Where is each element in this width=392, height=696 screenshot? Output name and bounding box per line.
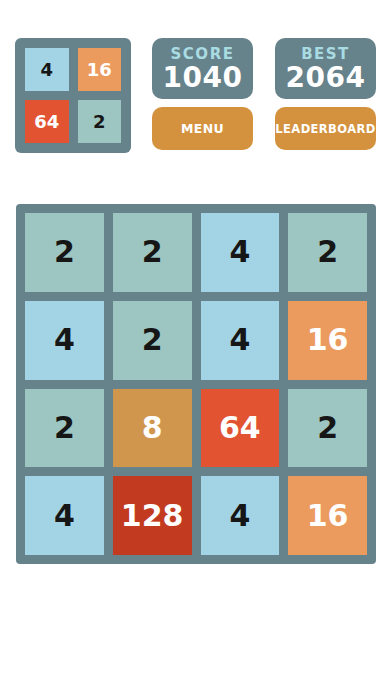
board-tile-r1c4: 2 [288,213,367,292]
logo-tile: 4 [25,48,69,91]
board-tile-r1c3: 4 [201,213,280,292]
board-tile-r2c3: 4 [201,301,280,380]
board-tile-r3c1: 2 [25,389,104,468]
leaderboard-button[interactable]: LEADERBOARD [275,107,376,150]
board-tile-r1c2: 2 [113,213,192,292]
menu-button[interactable]: MENU [152,107,253,150]
board-tile-r2c2: 2 [113,301,192,380]
best-value: 2064 [286,64,366,92]
logo-tile: 2 [78,100,122,143]
board-tile-r3c3: 64 [201,389,280,468]
board-tile-r3c4: 2 [288,389,367,468]
2048-app: 4 16 64 2 SCORE 1040 BEST 2064 MENU LEAD… [0,0,392,696]
app-logo: 4 16 64 2 [15,38,131,153]
logo-tile: 64 [25,100,69,143]
score-box: SCORE 1040 [152,38,253,99]
board-tile-r4c2: 128 [113,476,192,555]
board-tile-r2c4: 16 [288,301,367,380]
board-tile-r4c3: 4 [201,476,280,555]
game-board[interactable]: 2 2 4 2 4 2 4 16 2 8 64 2 4 128 4 16 [16,204,376,564]
board-tile-r4c1: 4 [25,476,104,555]
board-tile-r1c1: 2 [25,213,104,292]
best-box: BEST 2064 [275,38,376,99]
board-tile-r3c2: 8 [113,389,192,468]
board-tile-r4c4: 16 [288,476,367,555]
logo-tile: 16 [78,48,122,91]
board-tile-r2c1: 4 [25,301,104,380]
score-value: 1040 [163,64,243,92]
